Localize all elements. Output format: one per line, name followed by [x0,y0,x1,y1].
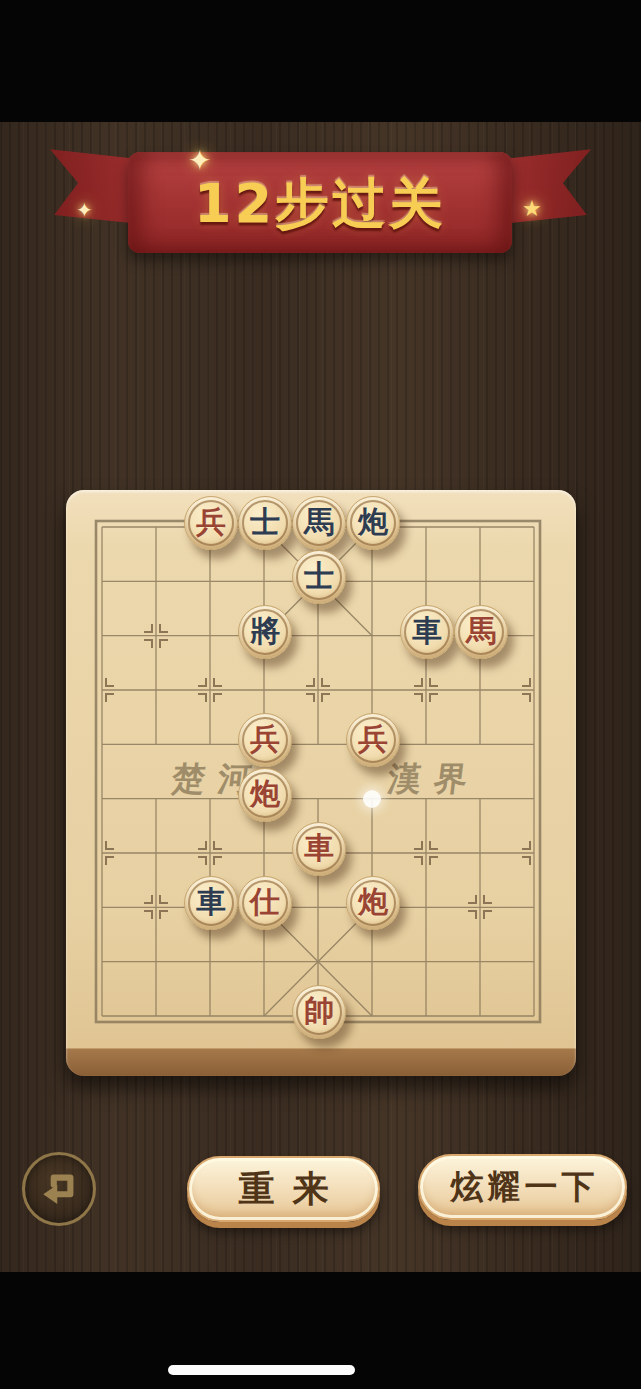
piece-label: 車 [304,833,334,863]
piece-label: 仕 [250,887,280,917]
river-label-right: 漢界 [385,757,483,802]
point-marker [144,624,168,648]
piece-black-general[interactable]: 將 [238,605,292,659]
piece-label: 馬 [304,507,334,537]
piece-red-soldier[interactable]: 兵 [346,713,400,767]
point-marker [414,841,438,865]
piece-label: 士 [250,507,280,537]
piece-label: 炮 [250,779,280,809]
point-marker [522,841,546,865]
piece-label: 兵 [358,724,388,754]
piece-red-soldier[interactable]: 兵 [238,713,292,767]
piece-red-chariot[interactable]: 車 [292,822,346,876]
app-screen: 12步过关 ✦ ✦ ★ 楚河 漢界 兵士馬炮士將車馬兵兵炮車車仕炮帥 重来 炫耀… [0,0,641,1389]
piece-label: 將 [250,616,280,646]
sparkle-icon: ✦ [76,198,93,222]
point-marker [522,678,546,702]
top-black-bar [0,0,641,122]
sparkle-icon: ✦ [188,144,211,177]
piece-black-chariot[interactable]: 車 [184,876,238,930]
piece-label: 車 [412,616,442,646]
piece-black-chariot[interactable]: 車 [400,605,454,659]
piece-label: 炮 [358,887,388,917]
point-marker [414,678,438,702]
point-marker [90,841,114,865]
piece-label: 兵 [250,724,280,754]
piece-red-general[interactable]: 帥 [292,985,346,1039]
point-marker [198,678,222,702]
point-marker [306,678,330,702]
piece-label: 車 [196,887,226,917]
piece-black-horse[interactable]: 馬 [292,496,346,550]
move-indicator-dot[interactable] [363,790,381,808]
restart-button[interactable]: 重来 [187,1156,380,1222]
piece-red-horse[interactable]: 馬 [454,605,508,659]
point-marker [198,841,222,865]
piece-label: 馬 [466,616,496,646]
piece-label: 兵 [196,507,226,537]
piece-label: 帥 [304,996,334,1026]
piece-red-cannon[interactable]: 炮 [346,876,400,930]
point-marker [144,895,168,919]
piece-black-advisor[interactable]: 士 [292,550,346,604]
level-goal-title: 12步过关 [128,168,512,241]
piece-black-cannon[interactable]: 炮 [346,496,400,550]
point-marker [468,895,492,919]
return-arrow-icon [38,1168,80,1210]
back-button[interactable] [22,1152,96,1226]
piece-label: 炮 [358,507,388,537]
show-off-button[interactable]: 炫耀一下 [418,1154,627,1220]
piece-label: 士 [304,561,334,591]
piece-black-advisor[interactable]: 士 [238,496,292,550]
piece-red-advisor[interactable]: 仕 [238,876,292,930]
star-icon: ★ [522,196,542,221]
piece-red-cannon[interactable]: 炮 [238,768,292,822]
home-indicator-bar[interactable] [168,1365,355,1375]
piece-red-soldier[interactable]: 兵 [184,496,238,550]
point-marker [90,678,114,702]
